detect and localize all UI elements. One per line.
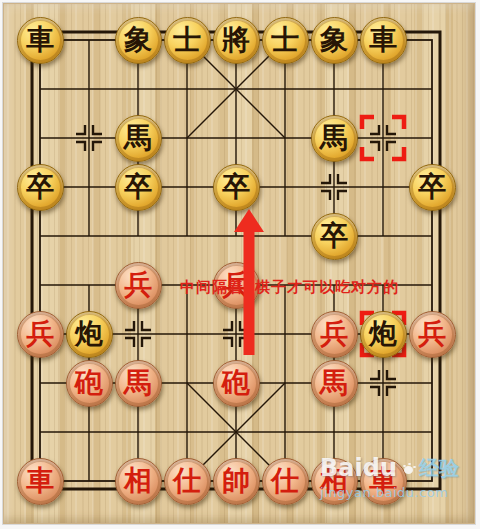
xiangqi-board-screenshot: 車象士將士象車馬馬卒卒卒卒卒炮炮兵兵兵兵兵砲馬砲馬車相仕帥仕相車 中间隔着 棋子… (0, 0, 480, 529)
watermark-url: jingyan.baidu.com (320, 485, 459, 500)
wooden-board: 車象士將士象車馬馬卒卒卒卒卒炮炮兵兵兵兵兵砲馬砲馬車相仕帥仕相車 中间隔着 棋子… (2, 2, 476, 525)
watermark-logo-row: Baidu 经验 (320, 454, 459, 482)
jingyan-logo-text: 经验 (419, 455, 459, 482)
baidu-paw-icon (401, 461, 415, 475)
watermark: Baidu 经验 jingyan.baidu.com (320, 454, 459, 500)
tutorial-arrow (3, 3, 480, 529)
baidu-logo-text: Baidu (320, 454, 397, 482)
